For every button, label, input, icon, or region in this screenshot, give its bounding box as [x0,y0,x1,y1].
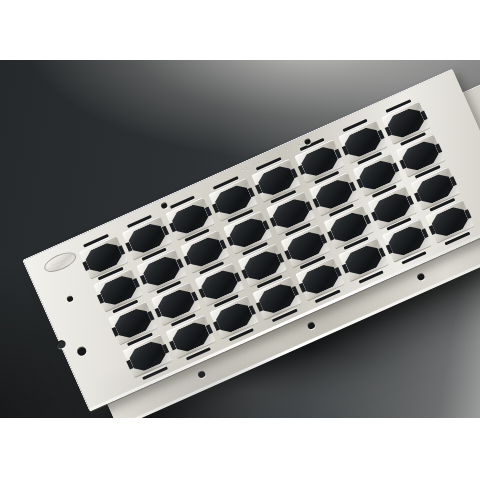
relief-slot [142,366,167,379]
switch-cutout [425,200,475,244]
screw-hole [161,202,169,209]
screw-hole [66,296,74,303]
clip-notch [126,360,133,370]
switch-cutout [209,296,259,340]
engraved-logo-badge: ◦◦◦◦ [42,248,79,276]
product-photo: ◦◦◦◦ ·: ·· :· : ·· ·: [0,60,480,418]
switch-plate: ◦◦◦◦ ·: ·· :· : ·· ·: [22,68,480,411]
switch-cutout [339,238,389,282]
screw-hole [417,273,426,281]
screw-hole [307,322,316,330]
switch-cutout [252,276,302,320]
edge-notch [55,339,66,350]
switch-cutout [123,334,173,378]
switch-cutout [295,257,345,301]
switch-cutout [382,219,432,263]
relief-slot [186,347,211,360]
screw-hole [197,371,206,379]
clip-notch [162,344,169,354]
screw-hole [76,346,87,357]
switch-cutout [166,315,216,359]
plate-assembly: ◦◦◦◦ ·: ·· :· : ·· ·: [0,60,480,418]
